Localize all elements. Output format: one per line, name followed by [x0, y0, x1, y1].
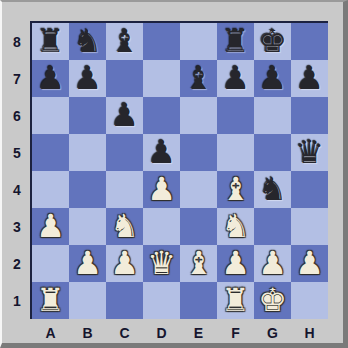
square-e2[interactable]: ♝: [180, 245, 217, 282]
square-h8[interactable]: [291, 23, 328, 60]
square-d5[interactable]: ♟: [143, 134, 180, 171]
rank-label-7: 7: [8, 60, 26, 97]
square-f3[interactable]: ♞: [217, 208, 254, 245]
square-a1[interactable]: ♜: [32, 282, 69, 319]
rank-label-4: 4: [8, 171, 26, 208]
square-d4[interactable]: ♟: [143, 171, 180, 208]
square-d7[interactable]: [143, 60, 180, 97]
piece-white-queen[interactable]: ♛: [143, 245, 180, 282]
square-b2[interactable]: ♟: [69, 245, 106, 282]
file-label-g: G: [254, 325, 291, 341]
square-c8[interactable]: ♝: [106, 23, 143, 60]
piece-black-rook[interactable]: ♜: [32, 23, 69, 60]
rank-label-2: 2: [8, 245, 26, 282]
square-d2[interactable]: ♛: [143, 245, 180, 282]
file-label-h: H: [291, 325, 328, 341]
square-g3[interactable]: [254, 208, 291, 245]
square-g4[interactable]: ♞: [254, 171, 291, 208]
square-b5[interactable]: [69, 134, 106, 171]
file-label-a: A: [32, 325, 69, 341]
square-c4[interactable]: [106, 171, 143, 208]
square-a5[interactable]: [32, 134, 69, 171]
piece-white-pawn[interactable]: ♟: [254, 245, 291, 282]
piece-white-pawn[interactable]: ♟: [69, 245, 106, 282]
piece-white-bishop[interactable]: ♝: [217, 171, 254, 208]
square-b7[interactable]: ♟: [69, 60, 106, 97]
square-e5[interactable]: [180, 134, 217, 171]
square-e4[interactable]: [180, 171, 217, 208]
piece-black-pawn[interactable]: ♟: [106, 97, 143, 134]
square-c6[interactable]: ♟: [106, 97, 143, 134]
square-e7[interactable]: ♝: [180, 60, 217, 97]
chess-board: ♜♞♝♜♚♟♟♝♟♟♟♟♟♛♟♝♞♟♞♞♟♟♛♝♟♟♟♜♜♚: [30, 21, 328, 319]
square-f7[interactable]: ♟: [217, 60, 254, 97]
square-h5[interactable]: ♛: [291, 134, 328, 171]
piece-white-pawn[interactable]: ♟: [143, 171, 180, 208]
piece-white-pawn[interactable]: ♟: [291, 245, 328, 282]
square-b6[interactable]: [69, 97, 106, 134]
piece-white-pawn[interactable]: ♟: [217, 245, 254, 282]
square-c3[interactable]: ♞: [106, 208, 143, 245]
square-e6[interactable]: [180, 97, 217, 134]
rank-label-3: 3: [8, 208, 26, 245]
square-g1[interactable]: ♚: [254, 282, 291, 319]
square-f2[interactable]: ♟: [217, 245, 254, 282]
piece-black-pawn[interactable]: ♟: [32, 60, 69, 97]
piece-black-knight[interactable]: ♞: [69, 23, 106, 60]
square-c7[interactable]: [106, 60, 143, 97]
square-c1[interactable]: [106, 282, 143, 319]
square-c2[interactable]: ♟: [106, 245, 143, 282]
square-g5[interactable]: [254, 134, 291, 171]
piece-black-pawn[interactable]: ♟: [69, 60, 106, 97]
file-label-b: B: [69, 325, 106, 341]
square-c5[interactable]: [106, 134, 143, 171]
square-e1[interactable]: [180, 282, 217, 319]
piece-black-rook[interactable]: ♜: [217, 23, 254, 60]
square-d8[interactable]: [143, 23, 180, 60]
square-f4[interactable]: ♝: [217, 171, 254, 208]
square-h3[interactable]: [291, 208, 328, 245]
square-e3[interactable]: [180, 208, 217, 245]
square-g8[interactable]: ♚: [254, 23, 291, 60]
square-a4[interactable]: [32, 171, 69, 208]
piece-white-pawn[interactable]: ♟: [32, 208, 69, 245]
piece-black-king[interactable]: ♚: [254, 23, 291, 60]
square-h7[interactable]: ♟: [291, 60, 328, 97]
piece-black-pawn[interactable]: ♟: [254, 60, 291, 97]
square-a2[interactable]: [32, 245, 69, 282]
piece-white-king[interactable]: ♚: [254, 282, 291, 319]
square-b8[interactable]: ♞: [69, 23, 106, 60]
square-f5[interactable]: [217, 134, 254, 171]
square-h2[interactable]: ♟: [291, 245, 328, 282]
file-label-f: F: [217, 325, 254, 341]
square-f6[interactable]: [217, 97, 254, 134]
square-h6[interactable]: [291, 97, 328, 134]
piece-black-pawn[interactable]: ♟: [291, 60, 328, 97]
file-label-c: C: [106, 325, 143, 341]
square-g6[interactable]: [254, 97, 291, 134]
piece-black-pawn[interactable]: ♟: [143, 134, 180, 171]
piece-black-queen[interactable]: ♛: [291, 134, 328, 171]
square-b1[interactable]: [69, 282, 106, 319]
square-b3[interactable]: [69, 208, 106, 245]
square-h4[interactable]: [291, 171, 328, 208]
piece-black-bishop[interactable]: ♝: [180, 60, 217, 97]
piece-black-knight[interactable]: ♞: [254, 171, 291, 208]
piece-black-bishop[interactable]: ♝: [106, 23, 143, 60]
square-h1[interactable]: [291, 282, 328, 319]
file-label-e: E: [180, 325, 217, 341]
rank-label-6: 6: [8, 97, 26, 134]
board-frame: ♜♞♝♜♚♟♟♝♟♟♟♟♟♛♟♝♞♟♞♞♟♟♛♝♟♟♟♜♜♚ 87654321 …: [0, 0, 348, 348]
rank-label-1: 1: [8, 282, 26, 319]
square-f8[interactable]: ♜: [217, 23, 254, 60]
square-g2[interactable]: ♟: [254, 245, 291, 282]
piece-white-rook[interactable]: ♜: [217, 282, 254, 319]
square-b4[interactable]: [69, 171, 106, 208]
square-d6[interactable]: [143, 97, 180, 134]
square-f1[interactable]: ♜: [217, 282, 254, 319]
rank-label-5: 5: [8, 134, 26, 171]
piece-white-rook[interactable]: ♜: [32, 282, 69, 319]
square-g7[interactable]: ♟: [254, 60, 291, 97]
piece-white-pawn[interactable]: ♟: [106, 245, 143, 282]
square-d1[interactable]: [143, 282, 180, 319]
square-a3[interactable]: ♟: [32, 208, 69, 245]
square-e8[interactable]: [180, 23, 217, 60]
piece-white-knight[interactable]: ♞: [106, 208, 143, 245]
square-d3[interactable]: [143, 208, 180, 245]
piece-white-knight[interactable]: ♞: [217, 208, 254, 245]
square-a6[interactable]: [32, 97, 69, 134]
piece-black-pawn[interactable]: ♟: [217, 60, 254, 97]
rank-label-8: 8: [8, 23, 26, 60]
piece-white-bishop[interactable]: ♝: [180, 245, 217, 282]
square-a8[interactable]: ♜: [32, 23, 69, 60]
square-a7[interactable]: ♟: [32, 60, 69, 97]
file-label-d: D: [143, 325, 180, 341]
